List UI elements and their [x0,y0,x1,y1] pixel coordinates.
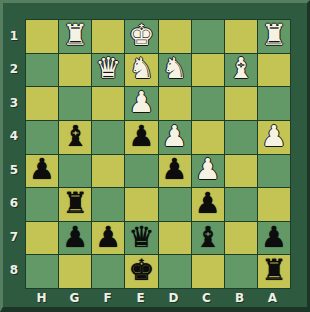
square-d7[interactable] [159,222,191,255]
square-b1[interactable] [225,20,257,53]
square-h2[interactable] [26,54,58,87]
square-e7[interactable]: ♛ [125,222,157,255]
file-label-f: F [91,289,124,307]
white-pawn-d4[interactable]: ♟ [162,122,188,151]
square-c4[interactable] [192,121,224,154]
square-d4[interactable]: ♟ [159,121,191,154]
square-c1[interactable] [192,20,224,53]
square-f4[interactable] [92,121,124,154]
square-b4[interactable] [225,121,257,154]
square-e5[interactable] [125,155,157,188]
square-c2[interactable] [192,54,224,87]
square-c5[interactable]: ♟ [192,155,224,188]
square-f7[interactable]: ♟ [92,222,124,255]
square-h5[interactable]: ♟ [26,155,58,188]
square-a4[interactable]: ♟ [258,121,290,154]
square-f8[interactable] [92,255,124,288]
square-g6[interactable]: ♜ [59,188,91,221]
square-g8[interactable] [59,255,91,288]
square-a5[interactable] [258,155,290,188]
file-label-c: C [190,289,223,307]
square-h8[interactable] [26,255,58,288]
chess-board-frame: 12345678 ♜♚♜♛♞♞♝♟♝♟♟♟♟♟♟♜♟♟♟♛♝♟♚♜ HGFEDC… [0,0,310,312]
rank-label-6: 6 [3,187,25,221]
rank-label-3: 3 [3,86,25,120]
square-f6[interactable] [92,188,124,221]
rank-label-5: 5 [3,153,25,187]
white-pawn-c5[interactable]: ♟ [195,155,221,184]
square-e2[interactable]: ♞ [125,54,157,87]
chess-board: ♜♚♜♛♞♞♝♟♝♟♟♟♟♟♟♜♟♟♟♛♝♟♚♜ [25,19,291,289]
file-labels: HGFEDCBA [25,289,289,307]
rank-label-7: 7 [3,220,25,254]
square-h6[interactable] [26,188,58,221]
square-a7[interactable]: ♟ [258,222,290,255]
black-pawn-e4[interactable]: ♟ [128,122,154,151]
white-knight-d2[interactable]: ♞ [162,54,188,83]
square-e6[interactable] [125,188,157,221]
square-g3[interactable] [59,87,91,120]
file-label-h: H [25,289,58,307]
rank-label-2: 2 [3,53,25,87]
file-label-a: A [256,289,289,307]
square-b2[interactable]: ♝ [225,54,257,87]
square-a1[interactable]: ♜ [258,20,290,53]
white-pawn-a4[interactable]: ♟ [261,122,287,151]
square-f5[interactable] [92,155,124,188]
square-e8[interactable]: ♚ [125,255,157,288]
square-d1[interactable] [159,20,191,53]
square-d2[interactable]: ♞ [159,54,191,87]
square-c3[interactable] [192,87,224,120]
file-label-g: G [58,289,91,307]
square-b6[interactable] [225,188,257,221]
square-g1[interactable]: ♜ [59,20,91,53]
white-bishop-b2[interactable]: ♝ [228,54,254,83]
file-label-d: D [157,289,190,307]
square-e4[interactable]: ♟ [125,121,157,154]
square-c8[interactable] [192,255,224,288]
square-f2[interactable]: ♛ [92,54,124,87]
square-a6[interactable] [258,188,290,221]
square-g2[interactable] [59,54,91,87]
black-pawn-d5[interactable]: ♟ [162,155,188,184]
rank-label-1: 1 [3,19,25,53]
square-f3[interactable] [92,87,124,120]
black-king-e8[interactable]: ♚ [128,256,154,285]
square-h7[interactable] [26,222,58,255]
square-d3[interactable] [159,87,191,120]
square-a3[interactable] [258,87,290,120]
black-pawn-c6[interactable]: ♟ [195,189,221,218]
white-king-e1[interactable]: ♚ [128,21,154,50]
white-pawn-e3[interactable]: ♟ [128,88,154,117]
black-pawn-a7[interactable]: ♟ [261,223,287,252]
black-rook-g6[interactable]: ♜ [62,189,88,218]
square-e3[interactable]: ♟ [125,87,157,120]
square-d5[interactable]: ♟ [159,155,191,188]
black-bishop-c7[interactable]: ♝ [195,223,221,252]
file-label-b: B [223,289,256,307]
square-f1[interactable] [92,20,124,53]
square-h4[interactable] [26,121,58,154]
black-bishop-g4[interactable]: ♝ [62,122,88,151]
white-rook-a1[interactable]: ♜ [261,21,287,50]
rank-label-8: 8 [3,254,25,288]
white-rook-g1[interactable]: ♜ [62,21,88,50]
black-pawn-h5[interactable]: ♟ [29,155,55,184]
square-d6[interactable] [159,188,191,221]
square-g5[interactable] [59,155,91,188]
black-pawn-g7[interactable]: ♟ [62,223,88,252]
square-g7[interactable]: ♟ [59,222,91,255]
square-g4[interactable]: ♝ [59,121,91,154]
square-h1[interactable] [26,20,58,53]
white-knight-e2[interactable]: ♞ [128,54,154,83]
square-d8[interactable] [159,255,191,288]
square-c6[interactable]: ♟ [192,188,224,221]
square-b7[interactable] [225,222,257,255]
square-a2[interactable] [258,54,290,87]
square-e1[interactable]: ♚ [125,20,157,53]
square-c7[interactable]: ♝ [192,222,224,255]
square-b3[interactable] [225,87,257,120]
square-a8[interactable]: ♜ [258,255,290,288]
square-b8[interactable] [225,255,257,288]
black-rook-a8[interactable]: ♜ [261,256,287,285]
white-queen-f2[interactable]: ♛ [95,54,121,83]
black-queen-e7[interactable]: ♛ [128,223,154,252]
rank-labels: 12345678 [3,19,25,287]
square-b5[interactable] [225,155,257,188]
square-h3[interactable] [26,87,58,120]
file-label-e: E [124,289,157,307]
rank-label-4: 4 [3,120,25,154]
black-pawn-f7[interactable]: ♟ [95,223,121,252]
